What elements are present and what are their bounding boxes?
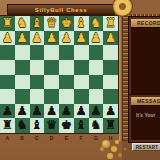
record-panel-body xyxy=(131,28,160,104)
square-d5[interactable] xyxy=(44,60,59,75)
square-h5[interactable] xyxy=(103,60,118,75)
square-g7[interactable]: ♟ xyxy=(89,31,104,46)
black-pawn[interactable]: ♟ xyxy=(31,105,42,118)
yellow-rook[interactable]: ♜ xyxy=(2,17,13,30)
black-knight[interactable]: ♞ xyxy=(17,119,28,132)
app-title: SillyBull Chess xyxy=(35,7,87,13)
yellow-pawn[interactable]: ♟ xyxy=(61,32,72,45)
square-f2[interactable]: ♟ xyxy=(74,104,89,119)
square-a8[interactable]: ♜ xyxy=(0,16,15,31)
square-a6[interactable] xyxy=(0,45,15,60)
black-pawn[interactable]: ♟ xyxy=(17,105,28,118)
yellow-knight[interactable]: ♞ xyxy=(17,17,28,30)
chess-board: ♜♞♝♛♚♝♞♜♟♟♟♟♟♟♟♟♟♟♟♟♟♟♟♟♜♞♝♛♚♝♞♜ xyxy=(0,15,119,134)
file-label-d: D xyxy=(44,134,59,141)
black-pawn[interactable]: ♟ xyxy=(105,105,116,118)
square-c4[interactable] xyxy=(30,75,45,90)
square-h6[interactable] xyxy=(103,45,118,60)
square-b6[interactable] xyxy=(15,45,30,60)
square-b1[interactable]: ♞ xyxy=(15,118,30,133)
black-pawn[interactable]: ♟ xyxy=(46,105,57,118)
square-h1[interactable]: ♜ xyxy=(103,118,118,133)
sillybull-chess-app: SillyBull Chess ♜♞♝♛♚♝♞♜♟♟♟♟♟♟♟♟♟♟♟♟♟♟♟♟… xyxy=(0,0,160,160)
square-c8[interactable]: ♝ xyxy=(30,16,45,31)
file-labels: ABCDEFGH xyxy=(0,134,118,141)
square-a4[interactable] xyxy=(0,75,15,90)
square-d8[interactable]: ♛ xyxy=(44,16,59,31)
square-d6[interactable] xyxy=(44,45,59,60)
square-e6[interactable] xyxy=(59,45,74,60)
square-c5[interactable] xyxy=(30,60,45,75)
square-g6[interactable] xyxy=(89,45,104,60)
square-c7[interactable]: ♟ xyxy=(30,31,45,46)
square-f7[interactable]: ♟ xyxy=(74,31,89,46)
restart-button-label: RESTART xyxy=(136,145,158,150)
square-e4[interactable] xyxy=(59,75,74,90)
square-a1[interactable]: ♜ xyxy=(0,118,15,133)
file-label-b: B xyxy=(15,134,30,141)
square-f1[interactable]: ♝ xyxy=(74,118,89,133)
square-a7[interactable]: ♟ xyxy=(0,31,15,46)
square-g8[interactable]: ♞ xyxy=(89,16,104,31)
yellow-queen[interactable]: ♛ xyxy=(46,17,57,30)
record-panel: RECORD xyxy=(129,17,160,97)
square-g2[interactable]: ♟ xyxy=(89,104,104,119)
square-e5[interactable] xyxy=(59,60,74,75)
message-panel: MESSAGE It's Your xyxy=(129,95,160,142)
square-e1[interactable]: ♚ xyxy=(59,118,74,133)
square-b8[interactable]: ♞ xyxy=(15,16,30,31)
square-e7[interactable]: ♟ xyxy=(59,31,74,46)
square-b7[interactable]: ♟ xyxy=(15,31,30,46)
yellow-bishop[interactable]: ♝ xyxy=(31,17,42,30)
square-f5[interactable] xyxy=(74,60,89,75)
yellow-pawn[interactable]: ♟ xyxy=(90,32,101,45)
black-bishop[interactable]: ♝ xyxy=(31,119,42,132)
square-d7[interactable]: ♟ xyxy=(44,31,59,46)
yellow-pawn[interactable]: ♟ xyxy=(31,32,42,45)
square-h2[interactable]: ♟ xyxy=(103,104,118,119)
square-c1[interactable]: ♝ xyxy=(30,118,45,133)
message-text: It's Your xyxy=(131,106,160,118)
square-f6[interactable] xyxy=(74,45,89,60)
yellow-pawn[interactable]: ♟ xyxy=(105,32,116,45)
yellow-rook[interactable]: ♜ xyxy=(105,17,116,30)
yellow-pawn[interactable]: ♟ xyxy=(46,32,57,45)
square-a2[interactable]: ♟ xyxy=(0,104,15,119)
yellow-king[interactable]: ♚ xyxy=(61,17,72,30)
square-d4[interactable] xyxy=(44,75,59,90)
square-g3[interactable] xyxy=(89,89,104,104)
square-d1[interactable]: ♛ xyxy=(44,118,59,133)
record-panel-header: RECORD xyxy=(131,19,160,28)
square-h8[interactable]: ♜ xyxy=(103,16,118,31)
file-label-c: C xyxy=(30,134,45,141)
square-d3[interactable] xyxy=(44,89,59,104)
square-h7[interactable]: ♟ xyxy=(103,31,118,46)
square-e8[interactable]: ♚ xyxy=(59,16,74,31)
restart-button[interactable]: RESTART xyxy=(132,143,160,151)
square-h3[interactable] xyxy=(103,89,118,104)
square-g5[interactable] xyxy=(89,60,104,75)
message-panel-header: MESSAGE xyxy=(131,97,160,106)
yellow-pawn[interactable]: ♟ xyxy=(76,32,87,45)
title-bar: SillyBull Chess xyxy=(7,4,115,15)
yellow-bishop[interactable]: ♝ xyxy=(76,17,87,30)
square-f8[interactable]: ♝ xyxy=(74,16,89,31)
stud-border-vertical xyxy=(122,13,129,141)
black-queen[interactable]: ♛ xyxy=(46,119,57,132)
square-a3[interactable] xyxy=(0,89,15,104)
black-rook[interactable]: ♜ xyxy=(2,119,13,132)
file-label-g: G xyxy=(89,134,104,141)
square-g1[interactable]: ♞ xyxy=(89,118,104,133)
file-label-f: F xyxy=(74,134,89,141)
file-label-e: E xyxy=(59,134,74,141)
square-g4[interactable] xyxy=(89,75,104,90)
square-b5[interactable] xyxy=(15,60,30,75)
square-f4[interactable] xyxy=(74,75,89,90)
square-b2[interactable]: ♟ xyxy=(15,104,30,119)
square-c6[interactable] xyxy=(30,45,45,60)
black-pawn[interactable]: ♟ xyxy=(76,105,87,118)
yellow-pawn[interactable]: ♟ xyxy=(17,32,28,45)
square-e2[interactable]: ♟ xyxy=(59,104,74,119)
black-pawn[interactable]: ♟ xyxy=(2,105,13,118)
square-c3[interactable] xyxy=(30,89,45,104)
black-king[interactable]: ♚ xyxy=(61,119,72,132)
black-pawn[interactable]: ♟ xyxy=(61,105,72,118)
square-a5[interactable] xyxy=(0,60,15,75)
yellow-pawn[interactable]: ♟ xyxy=(2,32,13,45)
black-rook[interactable]: ♜ xyxy=(105,119,116,132)
square-c2[interactable]: ♟ xyxy=(30,104,45,119)
square-b4[interactable] xyxy=(15,75,30,90)
square-d2[interactable]: ♟ xyxy=(44,104,59,119)
gold-scroll-ornament xyxy=(102,140,110,148)
file-label-a: A xyxy=(0,134,15,141)
black-pawn[interactable]: ♟ xyxy=(90,105,101,118)
square-f3[interactable] xyxy=(74,89,89,104)
square-h4[interactable] xyxy=(103,75,118,90)
black-bishop[interactable]: ♝ xyxy=(76,119,87,132)
square-b3[interactable] xyxy=(15,89,30,104)
square-e3[interactable] xyxy=(59,89,74,104)
black-knight[interactable]: ♞ xyxy=(90,119,101,132)
yellow-knight[interactable]: ♞ xyxy=(90,17,101,30)
